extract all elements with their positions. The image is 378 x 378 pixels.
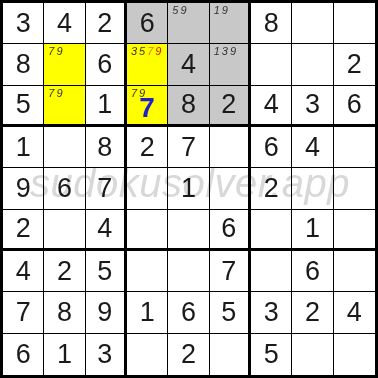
cell-r8c8[interactable]: 2 xyxy=(292,292,333,333)
cell-r1c3[interactable]: 2 xyxy=(86,3,127,44)
cell-value: 6 xyxy=(3,334,43,375)
cell-r9c9[interactable] xyxy=(334,334,375,375)
cell-r2c8[interactable] xyxy=(292,44,333,85)
cell-r1c9[interactable] xyxy=(334,3,375,44)
cell-r7c8[interactable]: 6 xyxy=(292,251,333,292)
cell-value: 8 xyxy=(3,44,43,84)
cell-r9c2[interactable]: 1 xyxy=(44,334,85,375)
cell-r9c8[interactable] xyxy=(292,334,333,375)
cell-value: 4 xyxy=(86,210,124,248)
cell-value: 2 xyxy=(3,210,43,248)
cell-value: 2 xyxy=(210,86,248,124)
cell-value: 1 xyxy=(127,292,167,332)
pencil-digit: 3 xyxy=(222,45,230,57)
cell-r6c1[interactable]: 2 xyxy=(3,210,44,251)
cell-value: 9 xyxy=(3,168,43,208)
cell-r8c6[interactable]: 5 xyxy=(210,292,251,333)
cell-r3c8[interactable]: 3 xyxy=(292,86,333,127)
cell-value: 5 xyxy=(3,86,43,124)
cell-value: 8 xyxy=(168,86,208,124)
cell-value: 2 xyxy=(251,168,291,208)
cell-r3c2[interactable]: 79 xyxy=(44,86,85,127)
cell-r9c3[interactable]: 3 xyxy=(86,334,127,375)
cell-r5c8[interactable] xyxy=(292,168,333,209)
pencil-digit: 9 xyxy=(230,45,238,57)
cell-value: 4 xyxy=(168,44,208,84)
cell-value: 9 xyxy=(86,292,124,332)
cell-r4c8[interactable]: 4 xyxy=(292,127,333,168)
cell-r2c5[interactable]: 4 xyxy=(168,44,209,85)
cell-r3c5[interactable]: 8 xyxy=(168,86,209,127)
cell-r3c3[interactable]: 1 xyxy=(86,86,127,127)
cell-value: 6 xyxy=(168,292,208,332)
cell-value: 6 xyxy=(127,3,167,43)
cell-value: 5 xyxy=(210,292,248,332)
cell-r6c6[interactable]: 6 xyxy=(210,210,251,251)
cell-value: 8 xyxy=(44,292,84,332)
cell-value: 8 xyxy=(86,127,124,167)
pencil-marks: 19 xyxy=(214,4,230,16)
cell-r4c7[interactable]: 6 xyxy=(251,127,292,168)
pencil-marks: 139 xyxy=(214,45,238,57)
cell-value: 4 xyxy=(292,127,332,167)
cell-value: 7 xyxy=(3,292,43,332)
cell-r5c2[interactable]: 6 xyxy=(44,168,85,209)
cell-r4c9[interactable] xyxy=(334,127,375,168)
pencil-marks: 59 xyxy=(172,4,188,16)
pencil-digit: 9 xyxy=(56,45,64,57)
cell-r8c1[interactable]: 7 xyxy=(3,292,44,333)
cell-r7c2[interactable]: 2 xyxy=(44,251,85,292)
cell-value: 2 xyxy=(168,334,208,375)
cell-value: 4 xyxy=(44,3,84,43)
cell-r1c4[interactable]: 6 xyxy=(127,3,168,44)
cell-r6c8[interactable]: 1 xyxy=(292,210,333,251)
pencil-digit: 9 xyxy=(56,87,64,99)
cell-value: 1 xyxy=(3,127,43,167)
cell-value: 2 xyxy=(44,251,84,291)
cell-r9c7[interactable]: 5 xyxy=(251,334,292,375)
cell-r2c6[interactable]: 139 xyxy=(210,44,251,85)
cell-r1c2[interactable]: 4 xyxy=(44,3,85,44)
cell-r5c3[interactable]: 7 xyxy=(86,168,127,209)
cell-value: 6 xyxy=(292,251,332,291)
cell-value: 7 xyxy=(127,86,167,124)
cell-value: 4 xyxy=(334,292,375,332)
cell-value: 6 xyxy=(86,44,124,84)
cell-r9c1[interactable]: 6 xyxy=(3,334,44,375)
pencil-marks: 79 xyxy=(48,45,64,57)
cell-value: 3 xyxy=(251,292,291,332)
pencil-marks: 79 xyxy=(48,87,64,99)
cell-value: 8 xyxy=(251,3,291,43)
cell-value: 1 xyxy=(168,168,208,208)
cell-r4c5[interactable]: 7 xyxy=(168,127,209,168)
cell-r2c4[interactable]: 3579 xyxy=(127,44,168,85)
cell-r1c8[interactable] xyxy=(292,3,333,44)
cell-value: 1 xyxy=(292,210,332,248)
cell-r6c4[interactable] xyxy=(127,210,168,251)
pencil-digit: 1 xyxy=(214,4,222,16)
cell-r1c7[interactable]: 8 xyxy=(251,3,292,44)
cell-r9c4[interactable] xyxy=(127,334,168,375)
cell-r6c5[interactable] xyxy=(168,210,209,251)
cell-r7c6[interactable]: 7 xyxy=(210,251,251,292)
pencil-digit: 1 xyxy=(214,45,222,57)
cell-value: 2 xyxy=(127,127,167,167)
cell-value: 1 xyxy=(44,334,84,375)
cell-value: 2 xyxy=(292,292,332,332)
cell-r3c4[interactable]: 797 xyxy=(127,86,168,127)
cell-value: 5 xyxy=(86,251,124,291)
cell-r6c9[interactable] xyxy=(334,210,375,251)
cell-r2c9[interactable]: 2 xyxy=(334,44,375,85)
cell-r3c9[interactable]: 6 xyxy=(334,86,375,127)
cell-r2c7[interactable] xyxy=(251,44,292,85)
cell-value: 6 xyxy=(210,210,248,248)
cell-value: 1 xyxy=(86,86,124,124)
cell-value: 2 xyxy=(86,3,124,43)
cell-r7c7[interactable] xyxy=(251,251,292,292)
cell-r4c4[interactable]: 2 xyxy=(127,127,168,168)
pencil-digit: 9 xyxy=(222,4,230,16)
cell-r9c6[interactable] xyxy=(210,334,251,375)
cell-r7c5[interactable] xyxy=(168,251,209,292)
cell-r9c5[interactable]: 2 xyxy=(168,334,209,375)
cell-value: 7 xyxy=(168,127,208,167)
cell-r7c3[interactable]: 5 xyxy=(86,251,127,292)
cell-value: 2 xyxy=(334,44,375,84)
cell-r8c2[interactable]: 8 xyxy=(44,292,85,333)
cell-r2c3[interactable]: 6 xyxy=(86,44,127,85)
cell-r7c1[interactable]: 4 xyxy=(3,251,44,292)
cell-r8c5[interactable]: 6 xyxy=(168,292,209,333)
cell-r7c9[interactable] xyxy=(334,251,375,292)
cell-value: 4 xyxy=(3,251,43,291)
cell-r2c2[interactable]: 79 xyxy=(44,44,85,85)
cell-r7c4[interactable] xyxy=(127,251,168,292)
cell-r3c7[interactable]: 4 xyxy=(251,86,292,127)
cell-r6c3[interactable]: 4 xyxy=(86,210,127,251)
cell-r5c4[interactable] xyxy=(127,168,168,209)
cell-r8c9[interactable]: 4 xyxy=(334,292,375,333)
cell-r8c4[interactable]: 1 xyxy=(127,292,168,333)
sudoku-board: sudokusolver.app 34265919887963579413925… xyxy=(0,0,378,378)
cell-value: 7 xyxy=(210,251,248,291)
cell-r8c7[interactable]: 3 xyxy=(251,292,292,333)
cell-r5c7[interactable]: 2 xyxy=(251,168,292,209)
cell-value: 4 xyxy=(251,86,291,124)
cell-r2c1[interactable]: 8 xyxy=(3,44,44,85)
cell-r5c1[interactable]: 9 xyxy=(3,168,44,209)
cell-r5c9[interactable] xyxy=(334,168,375,209)
cell-value: 3 xyxy=(86,334,124,375)
cell-value: 6 xyxy=(334,86,375,124)
pencil-marks: 3579 xyxy=(131,45,164,57)
cell-value: 5 xyxy=(251,334,291,375)
cell-value: 6 xyxy=(251,127,291,167)
cell-value: 3 xyxy=(292,86,332,124)
pencil-digit: 9 xyxy=(155,45,163,57)
cell-r8c3[interactable]: 9 xyxy=(86,292,127,333)
pencil-digit: 3 xyxy=(131,45,139,57)
cell-r1c6[interactable]: 19 xyxy=(210,3,251,44)
cell-r3c6[interactable]: 2 xyxy=(210,86,251,127)
cell-r6c2[interactable] xyxy=(44,210,85,251)
pencil-digit: 9 xyxy=(180,4,188,16)
cell-r4c3[interactable]: 8 xyxy=(86,127,127,168)
cell-r5c6[interactable] xyxy=(210,168,251,209)
cell-r3c1[interactable]: 5 xyxy=(3,86,44,127)
cell-r4c2[interactable] xyxy=(44,127,85,168)
cell-r4c6[interactable] xyxy=(210,127,251,168)
cell-r4c1[interactable]: 1 xyxy=(3,127,44,168)
cell-r6c7[interactable] xyxy=(251,210,292,251)
cell-value: 3 xyxy=(3,3,43,43)
cell-value: 7 xyxy=(86,168,124,208)
cell-r5c5[interactable]: 1 xyxy=(168,168,209,209)
cell-r1c1[interactable]: 3 xyxy=(3,3,44,44)
cell-value: 6 xyxy=(44,168,84,208)
cell-r1c5[interactable]: 59 xyxy=(168,3,209,44)
